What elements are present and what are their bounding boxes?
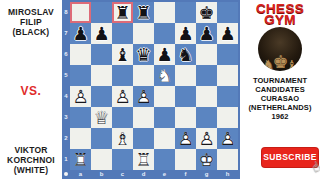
square-h8[interactable] [217,2,238,23]
piece-white-P-outline: ♙ [70,86,91,107]
rank-label-3: 3 [62,107,70,128]
square-e6[interactable]: ♟ [154,44,175,65]
piece-white-B: ♝ [112,128,133,149]
square-h4[interactable] [217,86,238,107]
square-d4[interactable]: ♟♙ [133,86,154,107]
square-f7[interactable]: ♟ [175,23,196,44]
square-c2[interactable]: ♝♗ [112,128,133,149]
black-player-line1: MIROSLAV [8,7,54,17]
square-d1[interactable]: ♜♖ [133,149,154,170]
file-labels: abcdefgh [70,170,238,179]
square-a7[interactable]: ♟ [70,23,91,44]
rank-label-1: 1 [62,149,70,170]
square-b4[interactable] [91,86,112,107]
square-b5[interactable] [91,65,112,86]
piece-white-K-outline: ♔ [196,149,217,170]
square-b8[interactable] [91,2,112,23]
piece-white-P: ♟ [175,128,196,149]
piece-white-P-outline: ♙ [175,128,196,149]
square-h1[interactable] [217,149,238,170]
piece-white-P: ♟ [217,128,238,149]
chess-board: 87654321 ♜♜♚♟♟♟♟♟♝♛♟♞♞♘♟♙♟♙♟♙♛♕♝♗♟♙♟♙♟♙♜… [62,0,240,179]
square-c1[interactable] [112,149,133,170]
piece-white-N-outline: ♘ [154,65,175,86]
square-f6[interactable]: ♞ [175,44,196,65]
square-g6[interactable] [196,44,217,65]
piece-black-P: ♟ [70,23,91,44]
square-a2[interactable] [70,128,91,149]
piece-black-R: ♜ [112,2,133,23]
piece-white-R-outline: ♖ [133,149,154,170]
file-label-f: f [175,170,196,179]
piece-white-P-outline: ♙ [196,128,217,149]
square-f1[interactable] [175,149,196,170]
board-corner-dot [64,172,68,176]
square-g2[interactable]: ♟♙ [196,128,217,149]
channel-logo: ♞ ♚ ♝ [258,27,302,71]
square-h3[interactable] [217,107,238,128]
white-player-line3: (WHITE) [7,165,55,175]
event-line1: TOURNAMENT [249,76,312,85]
right-panel: CHESS GYM ♞ ♚ ♝ TOURNAMENT CANDIDATES CU… [240,0,320,180]
square-f4[interactable] [175,86,196,107]
event-line2: CANDIDATES [249,85,312,94]
square-f5[interactable] [175,65,196,86]
square-d3[interactable] [133,107,154,128]
logo-bishop-icon: ♝ [287,59,298,71]
subscribe-button[interactable]: SUBSCRIBE ☝ [262,148,318,167]
square-b2[interactable] [91,128,112,149]
file-label-g: g [196,170,217,179]
square-a3[interactable] [70,107,91,128]
piece-black-B: ♝ [112,44,133,65]
piece-white-N: ♞ [154,65,175,86]
square-f8[interactable] [175,2,196,23]
piece-white-P: ♟ [196,128,217,149]
square-g5[interactable] [196,65,217,86]
square-e7[interactable] [154,23,175,44]
channel-brand: CHESS GYM [256,3,304,25]
square-c8[interactable]: ♜ [112,2,133,23]
piece-black-P: ♟ [217,23,238,44]
piece-black-P: ♟ [154,44,175,65]
square-c5[interactable] [112,65,133,86]
piece-white-Q: ♛ [91,107,112,128]
white-player-line1: VIKTOR [7,145,55,155]
rank-label-6: 6 [62,44,70,65]
file-label-a: a [70,170,91,179]
square-e4[interactable] [154,86,175,107]
square-b3[interactable]: ♛♕ [91,107,112,128]
file-label-c: c [112,170,133,179]
rank-label-7: 7 [62,23,70,44]
square-c3[interactable] [112,107,133,128]
square-e3[interactable] [154,107,175,128]
piece-white-Q-outline: ♕ [91,107,112,128]
black-player-name: MIROSLAV FILIP (BLACK) [8,7,54,37]
piece-white-K: ♚ [196,149,217,170]
file-label-h: h [217,170,238,179]
black-player-line3: (BLACK) [8,27,54,37]
rank-labels: 87654321 [62,2,70,170]
square-a8[interactable] [70,2,91,23]
square-a1[interactable]: ♜♖ [70,149,91,170]
square-a6[interactable] [70,44,91,65]
piece-white-R: ♜ [70,149,91,170]
square-a5[interactable] [70,65,91,86]
piece-black-Q: ♛ [133,44,154,65]
square-f3[interactable] [175,107,196,128]
vs-label: VS. [21,84,42,98]
square-d5[interactable] [133,65,154,86]
square-c7[interactable] [112,23,133,44]
square-e1[interactable] [154,149,175,170]
event-line5: 1962 [249,112,312,121]
piece-white-R-outline: ♖ [70,149,91,170]
piece-white-P: ♟ [70,86,91,107]
piece-black-P: ♟ [91,23,112,44]
square-g8[interactable]: ♚ [196,2,217,23]
piece-white-P-outline: ♙ [133,86,154,107]
square-g4[interactable] [196,86,217,107]
black-player-line2: FILIP [8,17,54,27]
piece-white-P: ♟ [133,86,154,107]
event-line4: (NETHERLANDS) [249,103,312,112]
square-b7[interactable]: ♟ [91,23,112,44]
square-a4[interactable]: ♟♙ [70,86,91,107]
square-g7[interactable]: ♟ [196,23,217,44]
square-d7[interactable] [133,23,154,44]
piece-white-P-outline: ♙ [112,86,133,107]
square-d2[interactable] [133,128,154,149]
event-text: TOURNAMENT CANDIDATES CURASAO (NETHERLAN… [249,76,312,121]
piece-black-P: ♟ [196,23,217,44]
square-h5[interactable] [217,65,238,86]
square-c6[interactable]: ♝ [112,44,133,65]
rank-label-5: 5 [62,65,70,86]
white-player-line2: KORCHNOI [7,155,55,165]
rank-label-4: 4 [62,86,70,107]
piece-white-B-outline: ♗ [112,128,133,149]
piece-white-R: ♜ [133,149,154,170]
square-h2[interactable]: ♟♙ [217,128,238,149]
square-d8[interactable]: ♜ [133,2,154,23]
square-h7[interactable]: ♟ [217,23,238,44]
piece-black-N: ♞ [175,44,196,65]
file-label-d: d [133,170,154,179]
event-line3: CURASAO [249,94,312,103]
rank-label-8: 8 [62,2,70,23]
rank-label-2: 2 [62,128,70,149]
piece-black-P: ♟ [175,23,196,44]
left-panel: MIROSLAV FILIP (BLACK) VS. VIKTOR KORCHN… [0,0,62,180]
white-player-name: VIKTOR KORCHNOI (WHITE) [7,145,55,175]
piece-white-P-outline: ♙ [217,128,238,149]
piece-white-P: ♟ [112,86,133,107]
board-inner: 87654321 ♜♜♚♟♟♟♟♟♝♛♟♞♞♘♟♙♟♙♟♙♛♕♝♗♟♙♟♙♟♙♜… [62,2,238,179]
square-b6[interactable] [91,44,112,65]
piece-black-R: ♜ [133,2,154,23]
square-e5[interactable]: ♞♘ [154,65,175,86]
file-label-b: b [91,170,112,179]
square-f2[interactable]: ♟♙ [175,128,196,149]
square-g3[interactable] [196,107,217,128]
square-e2[interactable] [154,128,175,149]
square-g1[interactable]: ♚♔ [196,149,217,170]
square-e8[interactable] [154,2,175,23]
hand-cursor-icon: ☝ [308,156,320,177]
board-squares: ♜♜♚♟♟♟♟♟♝♛♟♞♞♘♟♙♟♙♟♙♛♕♝♗♟♙♟♙♟♙♜♖♜♖♚♔ [70,2,238,170]
piece-black-K: ♚ [196,2,217,23]
square-h6[interactable] [217,44,238,65]
square-c4[interactable]: ♟♙ [112,86,133,107]
square-b1[interactable] [91,149,112,170]
file-label-e: e [154,170,175,179]
square-d6[interactable]: ♛ [133,44,154,65]
